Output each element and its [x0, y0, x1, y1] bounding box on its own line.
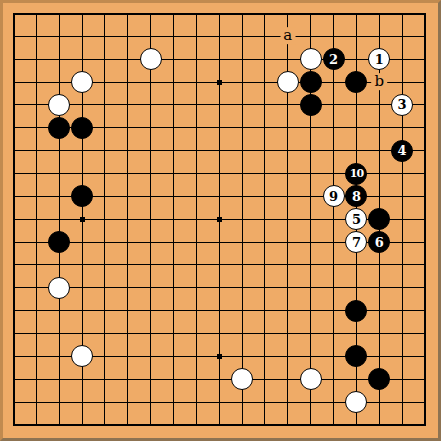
black-stone: [48, 117, 70, 139]
point-label-a: a: [280, 28, 295, 45]
black-stone: [71, 117, 93, 139]
move-number: 7: [352, 236, 361, 249]
star-point: [217, 80, 222, 85]
black-stone-move-4: 4: [391, 140, 413, 162]
black-stone: [48, 231, 70, 253]
black-stone: [345, 300, 367, 322]
white-stone: [345, 391, 367, 413]
move-number: 1: [375, 53, 384, 66]
white-stone: [71, 345, 93, 367]
white-stone-move-7: 7: [345, 231, 367, 253]
white-stone: [300, 48, 322, 70]
move-number: 3: [398, 98, 407, 111]
star-point: [80, 217, 85, 222]
black-stone: [300, 94, 322, 116]
white-stone-move-1: 1: [368, 48, 390, 70]
black-stone: [345, 71, 367, 93]
grid-line-horizontal: [13, 379, 427, 380]
move-number: 6: [375, 236, 384, 249]
grid-line-vertical: [424, 13, 426, 427]
grid-line-vertical: [264, 13, 265, 427]
black-stone: [368, 368, 390, 390]
white-stone: [140, 48, 162, 70]
white-stone: [48, 277, 70, 299]
black-stone-move-2: 2: [323, 48, 345, 70]
white-stone: [300, 368, 322, 390]
grid-line-horizontal: [13, 424, 427, 426]
white-stone: [71, 71, 93, 93]
grid-line-vertical: [242, 13, 243, 427]
grid-line-vertical: [333, 13, 334, 427]
move-number: 10: [350, 168, 363, 179]
white-stone: [48, 94, 70, 116]
black-stone-move-8: 8: [345, 185, 367, 207]
white-stone: [277, 71, 299, 93]
point-label-b: b: [371, 73, 387, 90]
grid-line-horizontal: [13, 333, 427, 334]
move-number: 9: [329, 190, 338, 203]
white-stone: [231, 368, 253, 390]
white-stone-move-5: 5: [345, 208, 367, 230]
star-point: [217, 354, 222, 359]
star-point: [217, 217, 222, 222]
black-stone: [368, 208, 390, 230]
move-number: 4: [398, 144, 407, 157]
grid-line-horizontal: [13, 264, 427, 265]
white-stone-move-9: 9: [323, 185, 345, 207]
white-stone-move-3: 3: [391, 94, 413, 116]
move-number: 2: [329, 53, 338, 66]
black-stone-move-10: 10: [345, 163, 367, 185]
grid-line-vertical: [402, 13, 403, 427]
black-stone-move-6: 6: [368, 231, 390, 253]
black-stone: [300, 71, 322, 93]
move-number: 5: [352, 213, 361, 226]
move-number: 8: [352, 190, 361, 203]
black-stone: [71, 185, 93, 207]
go-board-diagram: 21341098576ab: [0, 0, 441, 441]
grid-line-horizontal: [13, 287, 427, 288]
black-stone: [345, 345, 367, 367]
